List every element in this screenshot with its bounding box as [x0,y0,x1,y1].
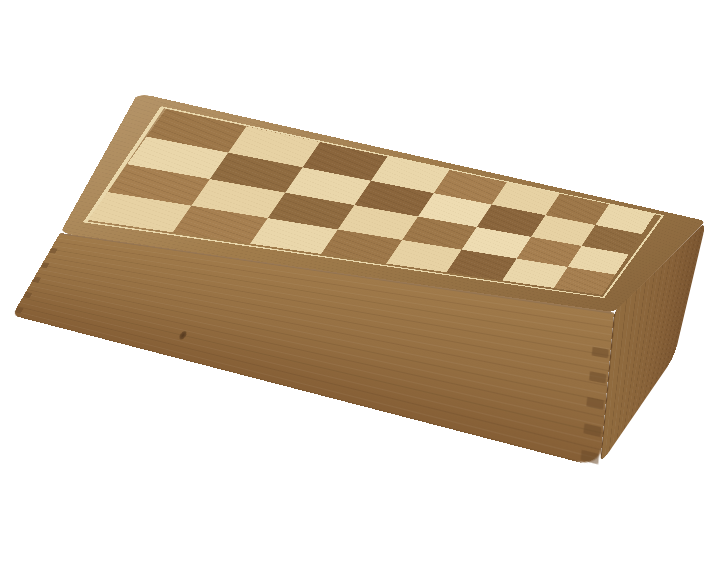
finger-joint-notch [15,307,24,314]
finger-joint-notch [583,423,601,437]
finger-joint-notch [32,277,41,283]
finger-joint-notch [592,346,609,358]
finger-joint-notch [41,262,50,268]
product-photo-stage [0,0,720,576]
finger-joint-notch [49,248,58,254]
finger-joint-notch [24,292,33,299]
finger-joint-notch [581,449,600,464]
chess-box [0,0,720,576]
finger-joint-notch [589,371,607,383]
wood-knot [178,330,189,341]
finger-joint-notch [586,396,604,409]
